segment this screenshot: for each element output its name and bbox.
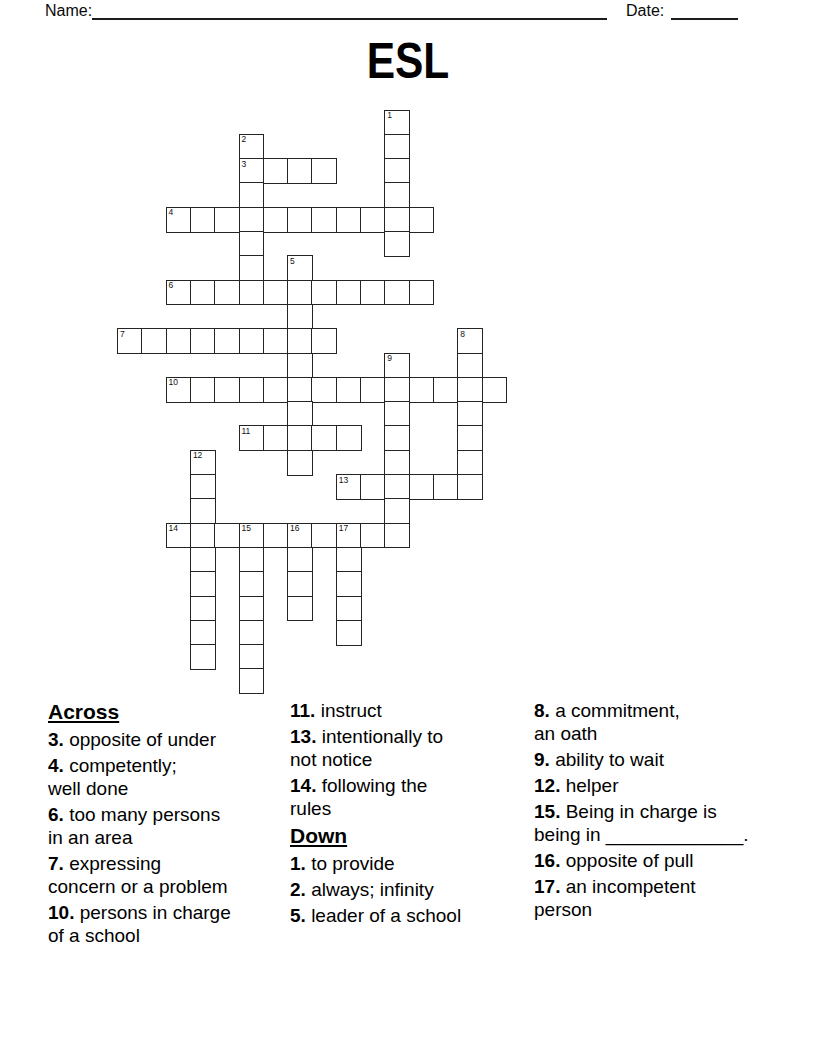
grid-cell[interactable] — [239, 231, 265, 257]
grid-cell[interactable] — [384, 207, 410, 233]
crossword-grid: 1234567891011121314151617 — [117, 110, 508, 695]
clue-number: 12. — [534, 775, 560, 796]
cell-number: 8 — [460, 330, 465, 339]
grid-cell[interactable] — [457, 353, 483, 379]
grid-cell[interactable] — [190, 377, 216, 403]
cell-number: 11 — [242, 427, 251, 436]
clue: 2. always; infinity — [290, 878, 528, 901]
grid-cell[interactable] — [384, 158, 410, 184]
clue-column-2: 11. instruct13. intentionally to not not… — [290, 699, 528, 930]
grid-cell[interactable] — [190, 207, 216, 233]
grid-cell[interactable] — [287, 571, 313, 597]
grid-cell[interactable] — [287, 304, 313, 330]
cell-number: 6 — [169, 281, 174, 290]
grid-cell[interactable] — [190, 547, 216, 573]
clue-number: 5. — [290, 905, 306, 926]
grid-cell[interactable]: 14 — [166, 523, 192, 549]
grid-cell[interactable] — [287, 353, 313, 379]
cell-number: 12 — [193, 451, 202, 460]
grid-cell[interactable] — [457, 425, 483, 451]
grid-cell[interactable] — [263, 280, 289, 306]
grid-cell[interactable]: 11 — [239, 425, 265, 451]
clues-section-header: Down — [290, 823, 528, 848]
name-input-line[interactable] — [92, 18, 607, 20]
grid-cell[interactable] — [287, 377, 313, 403]
clue-number: 11. — [290, 700, 315, 721]
grid-cell[interactable] — [384, 377, 410, 403]
grid-cell[interactable]: 12 — [190, 450, 216, 476]
grid-cell[interactable] — [239, 255, 265, 281]
grid-cell[interactable] — [239, 644, 265, 670]
grid-cell[interactable] — [287, 207, 313, 233]
grid-cell[interactable] — [263, 425, 289, 451]
clue: 3. opposite of under — [48, 728, 286, 751]
grid-cell[interactable] — [311, 523, 337, 549]
grid-cell[interactable] — [360, 280, 386, 306]
grid-cell[interactable] — [384, 231, 410, 257]
grid-cell[interactable] — [239, 620, 265, 646]
grid-cell[interactable]: 1 — [384, 110, 410, 136]
grid-cell[interactable]: 4 — [166, 207, 192, 233]
clue: 17. an incompetent person — [534, 875, 786, 921]
grid-cell[interactable] — [336, 377, 362, 403]
grid-cell[interactable]: 13 — [336, 474, 362, 500]
grid-cell[interactable] — [433, 377, 459, 403]
grid-cell[interactable] — [190, 620, 216, 646]
grid-cell[interactable] — [141, 328, 167, 354]
grid-cell[interactable]: 17 — [336, 523, 362, 549]
clue: 1. to provide — [290, 852, 528, 875]
grid-cell[interactable] — [287, 450, 313, 476]
clue-number: 8. — [534, 700, 550, 721]
clue: 13. intentionally to not notice — [290, 725, 528, 771]
grid-cell[interactable] — [263, 328, 289, 354]
grid-cell[interactable] — [263, 207, 289, 233]
clue-number: 6. — [48, 804, 64, 825]
grid-cell[interactable] — [384, 474, 410, 500]
cell-number: 13 — [339, 476, 348, 485]
clue: 7. expressing concern or a problem — [48, 852, 286, 898]
grid-cell[interactable] — [239, 668, 265, 694]
grid-cell[interactable] — [457, 474, 483, 500]
grid-cell[interactable] — [384, 523, 410, 549]
clue: 15. Being in charge is being in ________… — [534, 800, 786, 846]
grid-cell[interactable] — [336, 207, 362, 233]
grid-cell[interactable] — [239, 207, 265, 233]
clue-number: 3. — [48, 729, 64, 750]
clue-number: 7. — [48, 853, 64, 874]
cell-number: 1 — [387, 111, 392, 120]
grid-cell[interactable] — [384, 280, 410, 306]
clue-number: 15. — [534, 801, 560, 822]
cell-number: 16 — [290, 524, 299, 533]
grid-cell[interactable] — [457, 450, 483, 476]
cell-number: 14 — [169, 524, 178, 533]
grid-cell[interactable] — [336, 425, 362, 451]
grid-cell[interactable] — [239, 182, 265, 208]
grid-cell[interactable] — [409, 377, 435, 403]
clue: 16. opposite of pull — [534, 849, 786, 872]
grid-cell[interactable] — [263, 158, 289, 184]
clue: 6. too many persons in an area — [48, 803, 286, 849]
grid-cell[interactable] — [384, 134, 410, 160]
clue: 4. competently; well done — [48, 754, 286, 800]
grid-cell[interactable] — [360, 207, 386, 233]
grid-cell[interactable] — [166, 328, 192, 354]
grid-cell[interactable] — [287, 596, 313, 622]
grid-cell[interactable]: 6 — [166, 280, 192, 306]
clue-number: 17. — [534, 876, 560, 897]
clue-number: 2. — [290, 879, 306, 900]
grid-cell[interactable] — [263, 523, 289, 549]
grid-cell[interactable] — [190, 523, 216, 549]
grid-cell[interactable] — [239, 377, 265, 403]
grid-cell[interactable] — [190, 571, 216, 597]
grid-cell[interactable] — [239, 280, 265, 306]
grid-cell[interactable] — [190, 644, 216, 670]
grid-cell[interactable] — [311, 280, 337, 306]
grid-cell[interactable] — [409, 474, 435, 500]
grid-cell[interactable] — [311, 207, 337, 233]
cell-number: 2 — [242, 135, 247, 144]
grid-cell[interactable] — [287, 158, 313, 184]
grid-cell[interactable] — [287, 328, 313, 354]
date-input-line[interactable] — [671, 18, 738, 20]
grid-cell[interactable]: 9 — [384, 353, 410, 379]
grid-cell[interactable]: 16 — [287, 523, 313, 549]
cell-number: 4 — [169, 208, 174, 217]
clue-number: 4. — [48, 755, 64, 776]
cell-number: 17 — [339, 524, 348, 533]
grid-cell[interactable] — [239, 328, 265, 354]
clue-number: 14. — [290, 775, 316, 796]
grid-cell[interactable] — [190, 596, 216, 622]
grid-cell[interactable] — [360, 523, 386, 549]
grid-cell[interactable] — [433, 474, 459, 500]
grid-cell[interactable] — [239, 547, 265, 573]
grid-cell[interactable] — [409, 207, 435, 233]
grid-cell[interactable] — [336, 547, 362, 573]
grid-cell[interactable] — [239, 596, 265, 622]
cell-number: 15 — [242, 524, 251, 533]
grid-cell[interactable] — [214, 328, 240, 354]
grid-cell[interactable]: 15 — [239, 523, 265, 549]
puzzle-title: ESL — [61, 36, 755, 86]
grid-cell[interactable] — [190, 280, 216, 306]
clue: 12. helper — [534, 774, 786, 797]
clue: 9. ability to wait — [534, 748, 786, 771]
grid-cell[interactable] — [336, 571, 362, 597]
grid-cell[interactable] — [287, 425, 313, 451]
clue-number: 1. — [290, 853, 306, 874]
grid-cell[interactable]: 7 — [117, 328, 143, 354]
grid-cell[interactable]: 8 — [457, 328, 483, 354]
grid-cell[interactable] — [384, 425, 410, 451]
clue: 14. following the rules — [290, 774, 528, 820]
grid-cell[interactable] — [384, 450, 410, 476]
clue-column-3: 8. a commitment, an oath9. ability to wa… — [534, 699, 786, 924]
clue-number: 13. — [290, 726, 316, 747]
cell-number: 5 — [290, 257, 295, 266]
grid-cell[interactable] — [336, 596, 362, 622]
clue-number: 9. — [534, 749, 550, 770]
grid-cell[interactable] — [263, 377, 289, 403]
cell-number: 3 — [242, 160, 247, 169]
clue: 11. instruct — [290, 699, 528, 722]
grid-cell[interactable]: 3 — [239, 158, 265, 184]
clues-section-header: Across — [48, 699, 286, 724]
grid-cell[interactable] — [239, 571, 265, 597]
grid-cell[interactable] — [190, 328, 216, 354]
grid-cell[interactable] — [214, 377, 240, 403]
grid-cell[interactable] — [311, 377, 337, 403]
grid-cell[interactable] — [360, 377, 386, 403]
name-label: Name: — [45, 1, 92, 20]
grid-cell[interactable]: 2 — [239, 134, 265, 160]
grid-cell[interactable] — [457, 401, 483, 427]
grid-cell[interactable] — [190, 498, 216, 524]
grid-cell[interactable] — [409, 280, 435, 306]
grid-cell[interactable] — [311, 158, 337, 184]
date-label: Date: — [626, 1, 664, 20]
grid-cell[interactable] — [214, 280, 240, 306]
grid-cell[interactable]: 5 — [287, 255, 313, 281]
grid-cell[interactable] — [336, 620, 362, 646]
grid-cell[interactable] — [457, 377, 483, 403]
grid-cell[interactable] — [336, 280, 362, 306]
clue: 5. leader of a school — [290, 904, 528, 927]
worksheet-page: Name: Date: ESL 123456789101112131415161… — [0, 0, 816, 1056]
clue: 8. a commitment, an oath — [534, 699, 786, 745]
grid-cell[interactable] — [482, 377, 508, 403]
grid-cell[interactable] — [214, 207, 240, 233]
cell-number: 10 — [169, 378, 178, 387]
clue-number: 10. — [48, 902, 74, 923]
grid-cell[interactable]: 10 — [166, 377, 192, 403]
grid-cell[interactable] — [287, 547, 313, 573]
clue-column-1: Across3. opposite of under4. competently… — [48, 699, 286, 950]
grid-cell[interactable] — [384, 401, 410, 427]
grid-cell[interactable] — [190, 474, 216, 500]
clue-number: 16. — [534, 850, 560, 871]
grid-cell[interactable] — [384, 498, 410, 524]
grid-cell[interactable] — [311, 425, 337, 451]
cell-number: 7 — [120, 330, 125, 339]
grid-cell[interactable] — [360, 474, 386, 500]
grid-cell[interactable] — [311, 328, 337, 354]
clue: 10. persons in charge of a school — [48, 901, 286, 947]
grid-cell[interactable] — [384, 182, 410, 208]
grid-cell[interactable] — [287, 280, 313, 306]
grid-cell[interactable] — [214, 523, 240, 549]
grid-cell[interactable] — [287, 401, 313, 427]
cell-number: 9 — [387, 354, 392, 363]
